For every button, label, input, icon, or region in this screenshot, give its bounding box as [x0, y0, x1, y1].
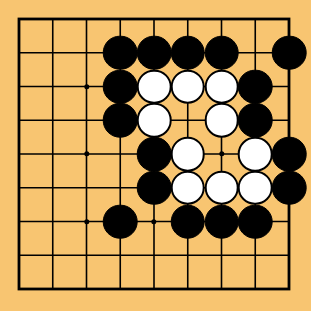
white-stone [137, 69, 172, 104]
intersection-5-6[interactable] [171, 205, 205, 239]
intersection-5-8[interactable] [171, 272, 205, 306]
board-intersections [2, 2, 306, 306]
intersection-4-4[interactable] [137, 137, 171, 171]
star-point [151, 219, 156, 224]
intersection-7-0[interactable] [238, 2, 272, 36]
black-stone [137, 35, 172, 70]
intersection-7-2[interactable] [238, 70, 272, 104]
intersection-6-8[interactable] [205, 272, 239, 306]
intersection-1-0[interactable] [36, 2, 70, 36]
intersection-2-4[interactable] [70, 137, 104, 171]
intersection-3-8[interactable] [103, 272, 137, 306]
intersection-0-2[interactable] [2, 70, 36, 104]
intersection-2-7[interactable] [70, 238, 104, 272]
black-stone [103, 69, 138, 104]
star-point [219, 151, 224, 156]
intersection-0-1[interactable] [2, 36, 36, 70]
intersection-8-2[interactable] [272, 70, 306, 104]
intersection-3-4[interactable] [103, 137, 137, 171]
intersection-2-1[interactable] [70, 36, 104, 70]
intersection-5-4[interactable] [171, 137, 205, 171]
intersection-5-0[interactable] [171, 2, 205, 36]
intersection-7-1[interactable] [238, 36, 272, 70]
intersection-7-5[interactable] [238, 171, 272, 205]
black-stone [103, 103, 138, 138]
intersection-3-0[interactable] [103, 2, 137, 36]
intersection-7-8[interactable] [238, 272, 272, 306]
intersection-8-5[interactable] [272, 171, 306, 205]
intersection-6-3[interactable] [205, 103, 239, 137]
intersection-7-4[interactable] [238, 137, 272, 171]
intersection-3-6[interactable] [103, 205, 137, 239]
intersection-6-0[interactable] [205, 2, 239, 36]
black-stone [137, 137, 172, 172]
intersection-4-0[interactable] [137, 2, 171, 36]
intersection-1-6[interactable] [36, 205, 70, 239]
black-stone [272, 137, 307, 172]
intersection-1-2[interactable] [36, 70, 70, 104]
intersection-0-5[interactable] [2, 171, 36, 205]
intersection-4-2[interactable] [137, 70, 171, 104]
intersection-2-3[interactable] [70, 103, 104, 137]
intersection-0-7[interactable] [2, 238, 36, 272]
black-stone [103, 35, 138, 70]
intersection-0-4[interactable] [2, 137, 36, 171]
intersection-5-3[interactable] [171, 103, 205, 137]
intersection-6-4[interactable] [205, 137, 239, 171]
intersection-8-6[interactable] [272, 205, 306, 239]
intersection-6-7[interactable] [205, 238, 239, 272]
black-stone [137, 170, 172, 205]
intersection-6-6[interactable] [205, 205, 239, 239]
star-point [84, 84, 89, 89]
intersection-3-1[interactable] [103, 36, 137, 70]
intersection-2-2[interactable] [70, 70, 104, 104]
black-stone [103, 204, 138, 239]
intersection-8-1[interactable] [272, 36, 306, 70]
black-stone [238, 69, 273, 104]
intersection-8-4[interactable] [272, 137, 306, 171]
intersection-8-3[interactable] [272, 103, 306, 137]
intersection-4-6[interactable] [137, 205, 171, 239]
white-stone [204, 69, 239, 104]
intersection-1-3[interactable] [36, 103, 70, 137]
intersection-8-0[interactable] [272, 2, 306, 36]
intersection-6-5[interactable] [205, 171, 239, 205]
intersection-1-7[interactable] [36, 238, 70, 272]
intersection-4-7[interactable] [137, 238, 171, 272]
intersection-1-1[interactable] [36, 36, 70, 70]
black-stone [272, 170, 307, 205]
intersection-2-0[interactable] [70, 2, 104, 36]
intersection-3-7[interactable] [103, 238, 137, 272]
intersection-6-1[interactable] [205, 36, 239, 70]
intersection-7-6[interactable] [238, 205, 272, 239]
intersection-8-8[interactable] [272, 272, 306, 306]
white-stone [204, 103, 239, 138]
intersection-4-8[interactable] [137, 272, 171, 306]
intersection-1-8[interactable] [36, 272, 70, 306]
intersection-5-2[interactable] [171, 70, 205, 104]
intersection-5-7[interactable] [171, 238, 205, 272]
white-stone [137, 103, 172, 138]
intersection-6-2[interactable] [205, 70, 239, 104]
white-stone [170, 137, 205, 172]
intersection-2-8[interactable] [70, 272, 104, 306]
intersection-1-5[interactable] [36, 171, 70, 205]
black-stone [204, 204, 239, 239]
intersection-4-3[interactable] [137, 103, 171, 137]
white-stone [204, 170, 239, 205]
go-board [0, 0, 311, 311]
intersection-8-7[interactable] [272, 238, 306, 272]
intersection-0-0[interactable] [2, 2, 36, 36]
intersection-2-5[interactable] [70, 171, 104, 205]
intersection-5-1[interactable] [171, 36, 205, 70]
black-stone [204, 35, 239, 70]
intersection-3-3[interactable] [103, 103, 137, 137]
black-stone [272, 35, 307, 70]
intersection-1-4[interactable] [36, 137, 70, 171]
intersection-0-6[interactable] [2, 205, 36, 239]
intersection-4-1[interactable] [137, 36, 171, 70]
white-stone [170, 170, 205, 205]
intersection-7-3[interactable] [238, 103, 272, 137]
intersection-5-5[interactable] [171, 171, 205, 205]
star-point [84, 219, 89, 224]
star-point [84, 151, 89, 156]
intersection-0-8[interactable] [2, 272, 36, 306]
intersection-7-7[interactable] [238, 238, 272, 272]
black-stone [170, 35, 205, 70]
white-stone [238, 170, 273, 205]
black-stone [170, 204, 205, 239]
white-stone [238, 137, 273, 172]
intersection-2-6[interactable] [70, 205, 104, 239]
black-stone [238, 103, 273, 138]
intersection-3-5[interactable] [103, 171, 137, 205]
black-stone [238, 204, 273, 239]
intersection-0-3[interactable] [2, 103, 36, 137]
intersection-3-2[interactable] [103, 70, 137, 104]
intersection-4-5[interactable] [137, 171, 171, 205]
white-stone [170, 69, 205, 104]
